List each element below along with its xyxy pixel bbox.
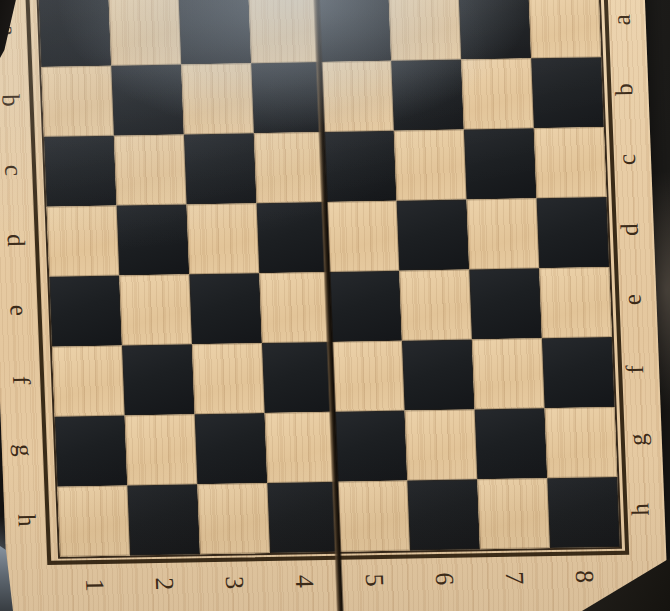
square-e1[interactable] — [49, 276, 122, 347]
file-label-right-e: e — [617, 283, 648, 316]
square-c7[interactable] — [464, 128, 537, 199]
square-b3[interactable] — [181, 63, 254, 134]
square-c1[interactable] — [44, 136, 117, 207]
square-h3[interactable] — [197, 483, 270, 554]
square-f5[interactable] — [332, 341, 405, 412]
file-label-right-a: a — [606, 4, 637, 37]
square-c2[interactable] — [114, 134, 187, 205]
square-b7[interactable] — [461, 58, 534, 129]
square-h8[interactable] — [547, 477, 620, 548]
square-a3[interactable] — [178, 0, 251, 64]
square-d6[interactable] — [397, 200, 470, 271]
file-label-right-f: f — [620, 353, 651, 386]
square-d1[interactable] — [47, 206, 120, 277]
square-b4[interactable] — [251, 62, 324, 133]
square-f8[interactable] — [542, 337, 615, 408]
square-f1[interactable] — [52, 346, 125, 417]
square-f4[interactable] — [262, 342, 335, 413]
file-label-right-b: b — [609, 73, 640, 106]
square-g1[interactable] — [55, 416, 128, 487]
rank-label-bottom-7: 7 — [498, 561, 529, 594]
file-label-left-c: c — [0, 154, 29, 187]
photo-scene: abcdefgh abcdefgh 12345678 — [0, 0, 670, 611]
square-b5[interactable] — [321, 61, 394, 132]
file-label-left-b: b — [0, 84, 26, 117]
square-b1[interactable] — [41, 66, 114, 137]
square-f6[interactable] — [402, 339, 475, 410]
rank-label-bottom-8: 8 — [568, 560, 599, 593]
square-d3[interactable] — [187, 203, 260, 274]
square-f2[interactable] — [122, 344, 195, 415]
square-g8[interactable] — [545, 407, 618, 478]
file-label-left-f: f — [6, 364, 37, 397]
square-e3[interactable] — [189, 273, 262, 344]
square-h6[interactable] — [407, 479, 480, 550]
square-d8[interactable] — [537, 197, 610, 268]
file-label-left-h: h — [11, 504, 42, 537]
file-label-right-g: g — [622, 423, 653, 456]
square-b2[interactable] — [111, 64, 184, 135]
square-h2[interactable] — [127, 484, 200, 555]
square-g4[interactable] — [265, 412, 338, 483]
file-label-left-e: e — [3, 294, 34, 327]
file-label-left-g: g — [8, 434, 39, 467]
rank-label-bottom-3: 3 — [218, 566, 249, 599]
square-f7[interactable] — [472, 338, 545, 409]
file-label-right-d: d — [614, 213, 645, 246]
square-e2[interactable] — [119, 274, 192, 345]
chessboard: abcdefgh abcdefgh 12345678 — [0, 0, 669, 611]
square-c6[interactable] — [394, 130, 467, 201]
square-c4[interactable] — [254, 132, 327, 203]
square-a4[interactable] — [248, 0, 321, 63]
square-f3[interactable] — [192, 343, 265, 414]
square-e7[interactable] — [469, 268, 542, 339]
square-d2[interactable] — [117, 204, 190, 275]
square-g3[interactable] — [195, 413, 268, 484]
file-label-right-c: c — [611, 143, 642, 176]
square-h5[interactable] — [337, 481, 410, 552]
rank-label-bottom-4: 4 — [288, 565, 319, 598]
rank-label-bottom-2: 2 — [149, 568, 180, 601]
square-d7[interactable] — [467, 198, 540, 269]
square-a7[interactable] — [458, 0, 531, 60]
rank-label-bottom-6: 6 — [428, 563, 459, 596]
square-a1[interactable] — [39, 0, 112, 67]
rank-label-bottom-1: 1 — [79, 569, 110, 602]
square-g7[interactable] — [475, 408, 548, 479]
square-h7[interactable] — [477, 478, 550, 549]
square-a2[interactable] — [109, 0, 182, 66]
square-g6[interactable] — [405, 409, 478, 480]
square-a5[interactable] — [318, 0, 391, 62]
square-e8[interactable] — [539, 267, 612, 338]
square-e6[interactable] — [399, 269, 472, 340]
square-c5[interactable] — [324, 131, 397, 202]
square-b6[interactable] — [391, 60, 464, 131]
square-g5[interactable] — [335, 411, 408, 482]
square-c3[interactable] — [184, 133, 257, 204]
square-d4[interactable] — [257, 202, 330, 273]
square-b8[interactable] — [531, 57, 604, 128]
square-e4[interactable] — [259, 272, 332, 343]
file-label-right-h: h — [625, 493, 656, 526]
square-h1[interactable] — [57, 485, 130, 556]
square-h4[interactable] — [267, 482, 340, 553]
square-d5[interactable] — [327, 201, 400, 272]
square-g2[interactable] — [125, 414, 198, 485]
file-label-left-d: d — [0, 224, 31, 257]
square-a6[interactable] — [388, 0, 461, 61]
rank-label-bottom-5: 5 — [358, 564, 389, 597]
square-e5[interactable] — [329, 271, 402, 342]
square-a8[interactable] — [528, 0, 601, 58]
square-c8[interactable] — [534, 127, 607, 198]
